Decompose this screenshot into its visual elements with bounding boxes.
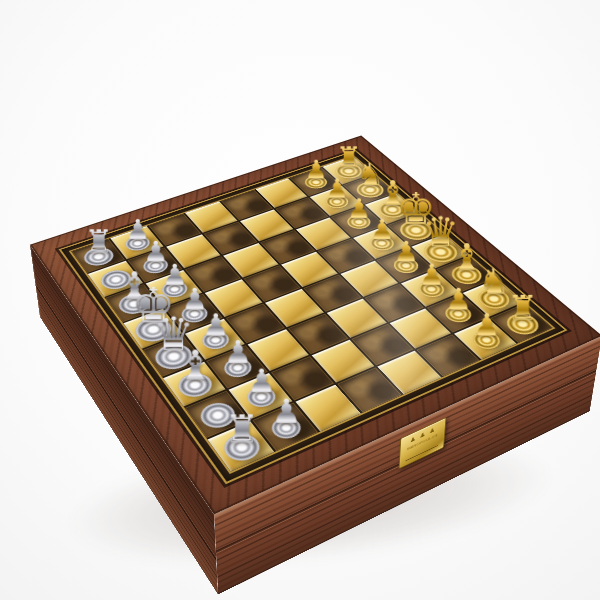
piece-silver-pawn[interactable]: ♟: [271, 396, 301, 428]
piece-gold-knight[interactable]: ♞: [478, 265, 510, 299]
piece-gold-pawn[interactable]: ♟: [473, 311, 500, 340]
piece-silver-rook[interactable]: ♜: [225, 411, 260, 448]
piece-gold-rook[interactable]: ♜: [507, 292, 538, 325]
piece-gold-pawn[interactable]: ♟: [325, 177, 349, 202]
piece-gold-pawn[interactable]: ♟: [393, 239, 418, 266]
piece-gold-pawn[interactable]: ♟: [370, 217, 395, 243]
piece-gold-pawn[interactable]: ♟: [445, 286, 472, 314]
scene: ♜♟♟♜♞♟♟♞♝♟♟♝♚♟♟♚♛♟♟♛♝♟♟♝♞♟♟♞♜♟♟♜ ♟ ♟ ♟ M…: [0, 0, 600, 600]
piece-gold-pawn[interactable]: ♟: [418, 262, 444, 290]
piece-gold-pawn[interactable]: ♟: [304, 158, 327, 182]
piece-gold-pawn[interactable]: ♟: [347, 196, 371, 222]
